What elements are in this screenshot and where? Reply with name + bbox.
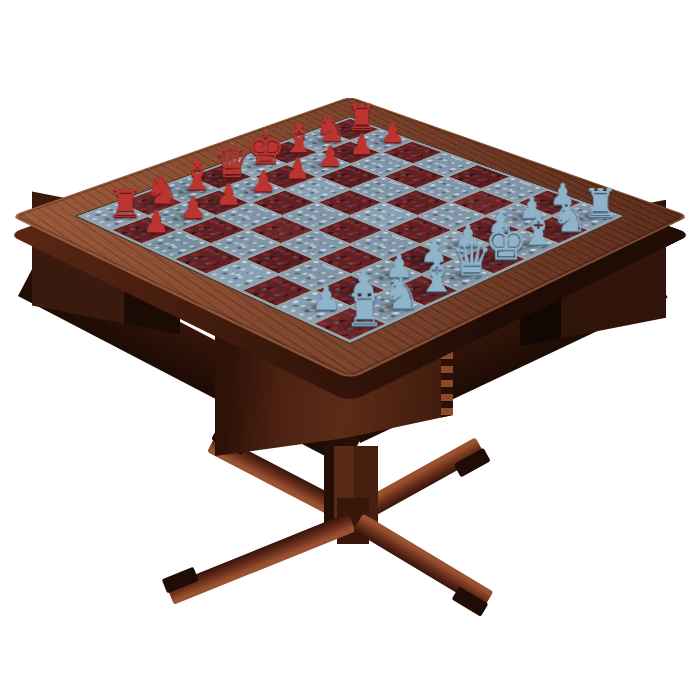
piece-blue-rook: ♜ — [344, 290, 384, 331]
piece-red-pawn: ♟ — [284, 155, 310, 181]
chess-table-photo: ♜♞♝♛✦♚✦♝♞♜♟♟♟♟♟♟♟♟♟♟♟♟♟♟♟♟♜♞♝♛✦♚✦♝♞♜ — [0, 0, 700, 700]
chess-piece-glyph: ♟ — [215, 181, 242, 208]
chess-piece-glyph: ♜ — [344, 290, 384, 331]
chess-piece-glyph: ♝ — [179, 157, 216, 194]
gold-crown-accent: ✦ — [500, 213, 512, 225]
chess-piece-glyph: ♝ — [417, 255, 458, 296]
gold-crown-accent: ✦ — [227, 136, 237, 147]
chess-piece-glyph: ♞ — [144, 172, 180, 208]
chess-piece-glyph: ♚ — [247, 130, 286, 169]
chess-piece-glyph: ♟ — [380, 120, 405, 145]
piece-red-pawn: ♟ — [317, 143, 342, 169]
piece-red-pawn: ♟ — [215, 181, 242, 208]
piece-red-pawn: ♟ — [179, 194, 206, 221]
gold-crown-accent: ✦ — [466, 229, 478, 242]
chess-piece-glyph: ♟ — [250, 168, 276, 194]
square-e5 — [320, 190, 381, 214]
piece-blue-bishop: ♝ — [417, 255, 458, 296]
piece-blue-knight: ♞ — [382, 273, 422, 313]
piece-red-pawn: ♟ — [250, 168, 276, 194]
chess-piece-glyph: ♟ — [179, 194, 206, 221]
chess-piece-glyph: ♟ — [349, 132, 374, 157]
base-leg-front-left — [167, 513, 356, 605]
piece-blue-pawn: ♟ — [312, 283, 342, 313]
chess-piece-glyph: ♟ — [142, 208, 169, 236]
piece-red-queen: ♛✦ — [213, 143, 251, 181]
square-a8: ♜ — [83, 204, 145, 229]
chess-piece-glyph: ♟ — [312, 283, 342, 313]
piece-red-bishop: ♝ — [179, 157, 216, 194]
piece-red-pawn: ♟ — [349, 132, 374, 157]
chess-piece-glyph: ♞ — [382, 273, 422, 313]
piece-red-king: ♚✦ — [247, 130, 286, 169]
piece-red-rook: ♜ — [107, 185, 143, 221]
chess-piece-glyph: ♜ — [107, 185, 143, 221]
piece-red-pawn: ♟ — [380, 120, 405, 145]
piece-red-knight: ♞ — [144, 172, 180, 208]
gold-crown-accent: ✦ — [261, 122, 271, 133]
chess-piece-glyph: ♛ — [213, 143, 251, 181]
base-leg-front-right — [353, 513, 494, 608]
piece-red-pawn: ♟ — [142, 208, 169, 236]
chess-piece-glyph: ♟ — [284, 155, 310, 181]
chess-piece-glyph: ♟ — [317, 143, 342, 169]
